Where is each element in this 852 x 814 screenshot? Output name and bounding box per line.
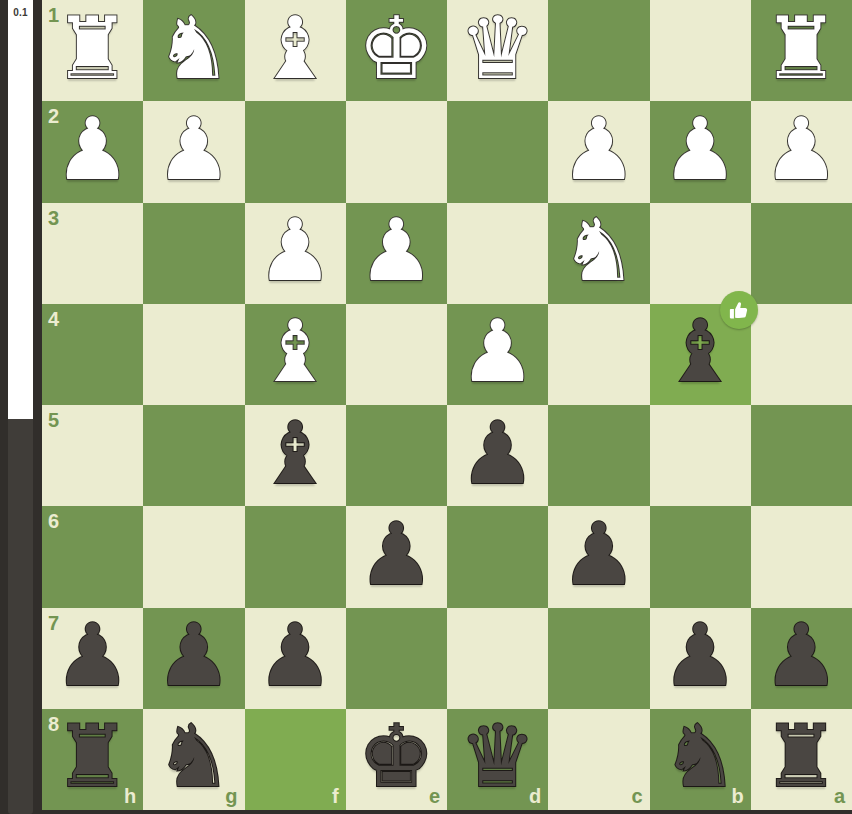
square-e1[interactable]: ♚ — [346, 0, 447, 101]
white-knight[interactable]: ♞ — [560, 207, 637, 293]
square-f8[interactable]: f — [245, 709, 346, 810]
black-knight[interactable]: ♞ — [155, 713, 232, 799]
square-d2[interactable] — [447, 101, 548, 202]
white-pawn[interactable]: ♟ — [257, 207, 334, 293]
white-pawn[interactable]: ♟ — [459, 308, 536, 394]
chess-board: 1♜♞♝♚♛♜2♟♟♟♟♟3♟♟♞4♝♟♝5♝♟6♟♟7♟♟♟♟♟8h♜g♞fe… — [42, 0, 852, 810]
black-bishop[interactable]: ♝ — [257, 410, 334, 496]
square-h7[interactable]: 7♟ — [42, 608, 143, 709]
square-g7[interactable]: ♟ — [143, 608, 244, 709]
square-b5[interactable] — [650, 405, 751, 506]
white-pawn[interactable]: ♟ — [155, 106, 232, 192]
square-e8[interactable]: e♚ — [346, 709, 447, 810]
rank-label-6: 6 — [48, 511, 59, 531]
black-pawn[interactable]: ♟ — [358, 511, 435, 597]
rank-label-5: 5 — [48, 410, 59, 430]
square-g5[interactable] — [143, 405, 244, 506]
square-e4[interactable] — [346, 304, 447, 405]
square-h1[interactable]: 1♜ — [42, 0, 143, 101]
white-queen[interactable]: ♛ — [459, 5, 536, 91]
square-d5[interactable]: ♟ — [447, 405, 548, 506]
white-king[interactable]: ♚ — [358, 5, 435, 91]
square-e3[interactable]: ♟ — [346, 203, 447, 304]
square-c5[interactable] — [548, 405, 649, 506]
black-pawn[interactable]: ♟ — [763, 612, 840, 698]
black-pawn[interactable]: ♟ — [560, 511, 637, 597]
white-rook[interactable]: ♜ — [763, 5, 840, 91]
square-a4[interactable] — [751, 304, 852, 405]
white-pawn[interactable]: ♟ — [763, 106, 840, 192]
eval-bar: 0.1 — [0, 0, 42, 814]
square-g3[interactable] — [143, 203, 244, 304]
square-g8[interactable]: g♞ — [143, 709, 244, 810]
square-h6[interactable]: 6 — [42, 506, 143, 607]
black-pawn[interactable]: ♟ — [662, 612, 739, 698]
square-c6[interactable]: ♟ — [548, 506, 649, 607]
square-g4[interactable] — [143, 304, 244, 405]
white-pawn[interactable]: ♟ — [560, 106, 637, 192]
square-a6[interactable] — [751, 506, 852, 607]
black-knight[interactable]: ♞ — [662, 713, 739, 799]
black-pawn[interactable]: ♟ — [257, 612, 334, 698]
square-e6[interactable]: ♟ — [346, 506, 447, 607]
square-h4[interactable]: 4 — [42, 304, 143, 405]
file-label-f: f — [332, 786, 339, 806]
white-bishop[interactable]: ♝ — [257, 5, 334, 91]
square-a7[interactable]: ♟ — [751, 608, 852, 709]
square-h2[interactable]: 2♟ — [42, 101, 143, 202]
white-rook[interactable]: ♜ — [54, 5, 131, 91]
thumbs-up-icon — [729, 300, 750, 321]
square-d8[interactable]: d♛ — [447, 709, 548, 810]
square-g2[interactable]: ♟ — [143, 101, 244, 202]
square-f4[interactable]: ♝ — [245, 304, 346, 405]
good-move-badge — [720, 291, 758, 329]
eval-bar-track: 0.1 — [8, 0, 33, 814]
square-e2[interactable] — [346, 101, 447, 202]
square-b6[interactable] — [650, 506, 751, 607]
square-b8[interactable]: b♞ — [650, 709, 751, 810]
eval-score: 0.1 — [8, 7, 33, 18]
square-b3[interactable] — [650, 203, 751, 304]
square-b7[interactable]: ♟ — [650, 608, 751, 709]
square-e5[interactable] — [346, 405, 447, 506]
square-d1[interactable]: ♛ — [447, 0, 548, 101]
square-d3[interactable] — [447, 203, 548, 304]
black-queen[interactable]: ♛ — [459, 713, 536, 799]
rank-label-3: 3 — [48, 208, 59, 228]
square-b1[interactable] — [650, 0, 751, 101]
square-d4[interactable]: ♟ — [447, 304, 548, 405]
square-h8[interactable]: 8h♜ — [42, 709, 143, 810]
square-f2[interactable] — [245, 101, 346, 202]
square-d6[interactable] — [447, 506, 548, 607]
square-f6[interactable] — [245, 506, 346, 607]
square-g1[interactable]: ♞ — [143, 0, 244, 101]
rank-label-4: 4 — [48, 309, 59, 329]
square-d7[interactable] — [447, 608, 548, 709]
square-h3[interactable]: 3 — [42, 203, 143, 304]
square-a5[interactable] — [751, 405, 852, 506]
square-c8[interactable]: c — [548, 709, 649, 810]
square-c3[interactable]: ♞ — [548, 203, 649, 304]
square-f1[interactable]: ♝ — [245, 0, 346, 101]
black-pawn[interactable]: ♟ — [459, 410, 536, 496]
white-pawn[interactable]: ♟ — [662, 106, 739, 192]
square-b2[interactable]: ♟ — [650, 101, 751, 202]
white-pawn[interactable]: ♟ — [54, 106, 131, 192]
black-pawn[interactable]: ♟ — [155, 612, 232, 698]
chess-app: 0.1 1♜♞♝♚♛♜2♟♟♟♟♟3♟♟♞4♝♟♝5♝♟6♟♟7♟♟♟♟♟8h♜… — [0, 0, 852, 814]
black-king[interactable]: ♚ — [358, 713, 435, 799]
file-label-c: c — [631, 786, 642, 806]
square-a8[interactable]: a♜ — [751, 709, 852, 810]
square-g6[interactable] — [143, 506, 244, 607]
square-c4[interactable] — [548, 304, 649, 405]
square-c7[interactable] — [548, 608, 649, 709]
white-pawn[interactable]: ♟ — [358, 207, 435, 293]
white-bishop[interactable]: ♝ — [257, 308, 334, 394]
square-h5[interactable]: 5 — [42, 405, 143, 506]
square-c1[interactable] — [548, 0, 649, 101]
square-e7[interactable] — [346, 608, 447, 709]
black-rook[interactable]: ♜ — [54, 713, 131, 799]
white-knight[interactable]: ♞ — [155, 5, 232, 91]
square-c2[interactable]: ♟ — [548, 101, 649, 202]
square-a3[interactable] — [751, 203, 852, 304]
eval-bar-white-portion — [8, 0, 33, 419]
square-a2[interactable]: ♟ — [751, 101, 852, 202]
black-rook[interactable]: ♜ — [763, 713, 840, 799]
square-f7[interactable]: ♟ — [245, 608, 346, 709]
square-a1[interactable]: ♜ — [751, 0, 852, 101]
square-f3[interactable]: ♟ — [245, 203, 346, 304]
black-pawn[interactable]: ♟ — [54, 612, 131, 698]
square-f5[interactable]: ♝ — [245, 405, 346, 506]
